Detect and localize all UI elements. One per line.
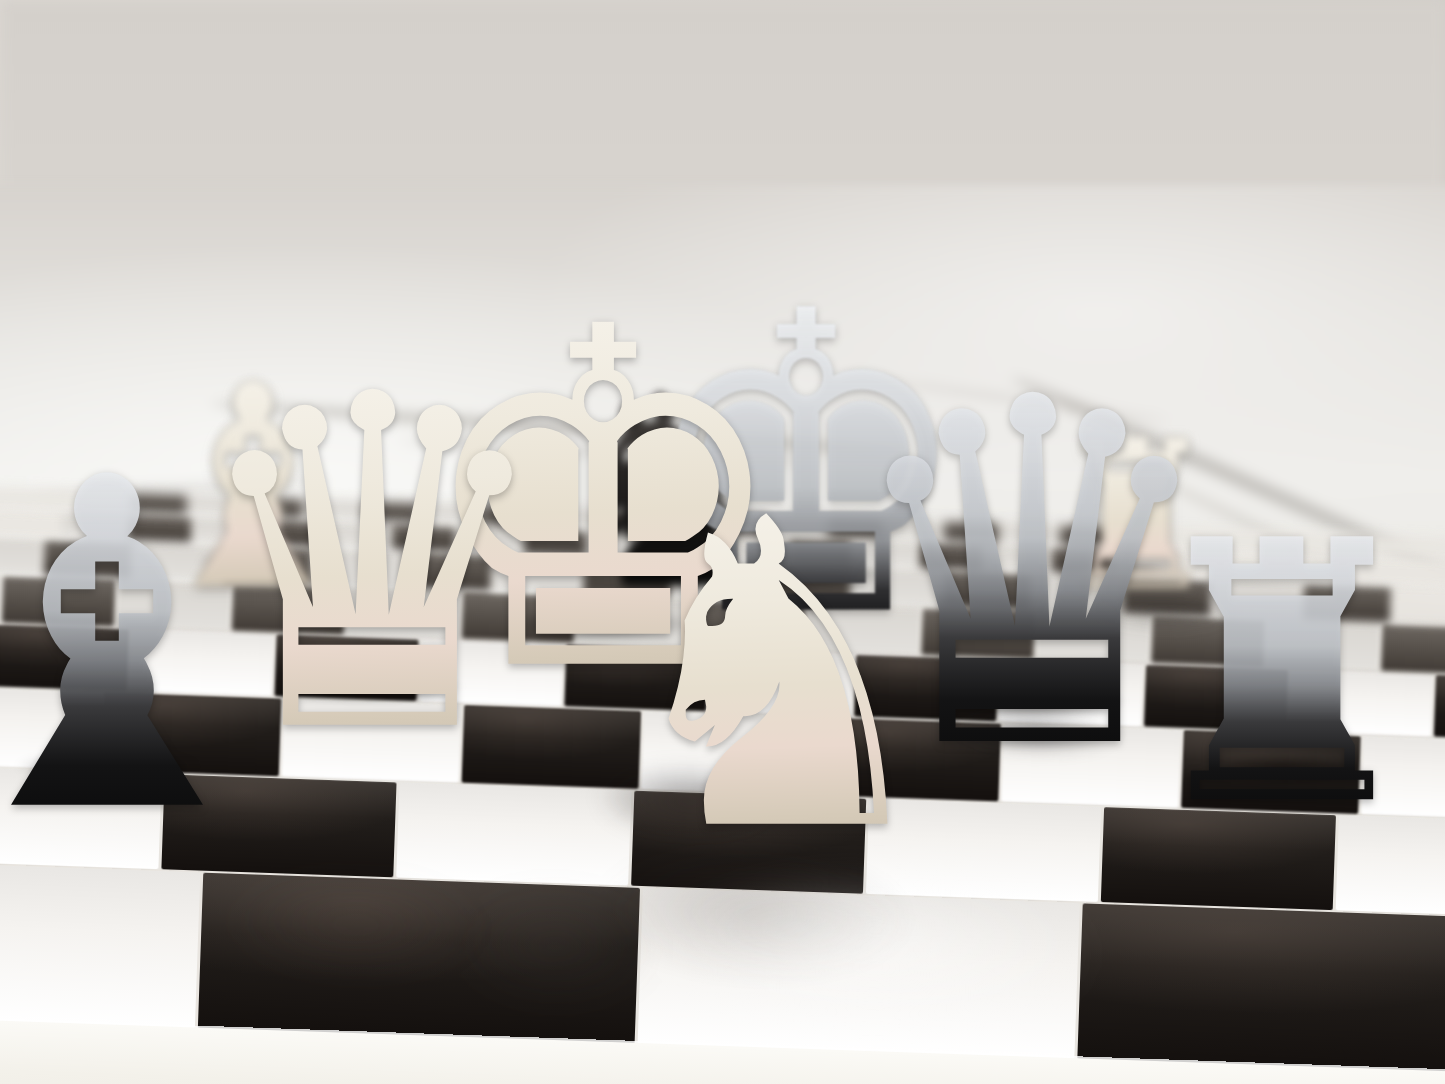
black-square[interactable]: [1434, 675, 1445, 742]
black-square[interactable]: [1077, 903, 1445, 1074]
black-bishop-glyph: ♝: [0, 420, 291, 875]
black-rook-glyph: ♜: [1137, 495, 1427, 855]
photo-stage: ♝♝♛♚♞♚♞♛♜♜: [0, 0, 1445, 1084]
white-knight-glyph: ♞: [607, 465, 950, 890]
